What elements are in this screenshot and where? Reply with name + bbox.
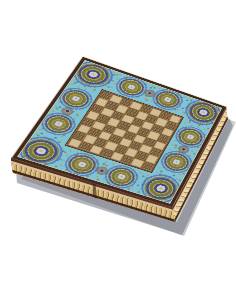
square xyxy=(141,161,154,170)
product-photo-chess-board xyxy=(0,0,236,305)
